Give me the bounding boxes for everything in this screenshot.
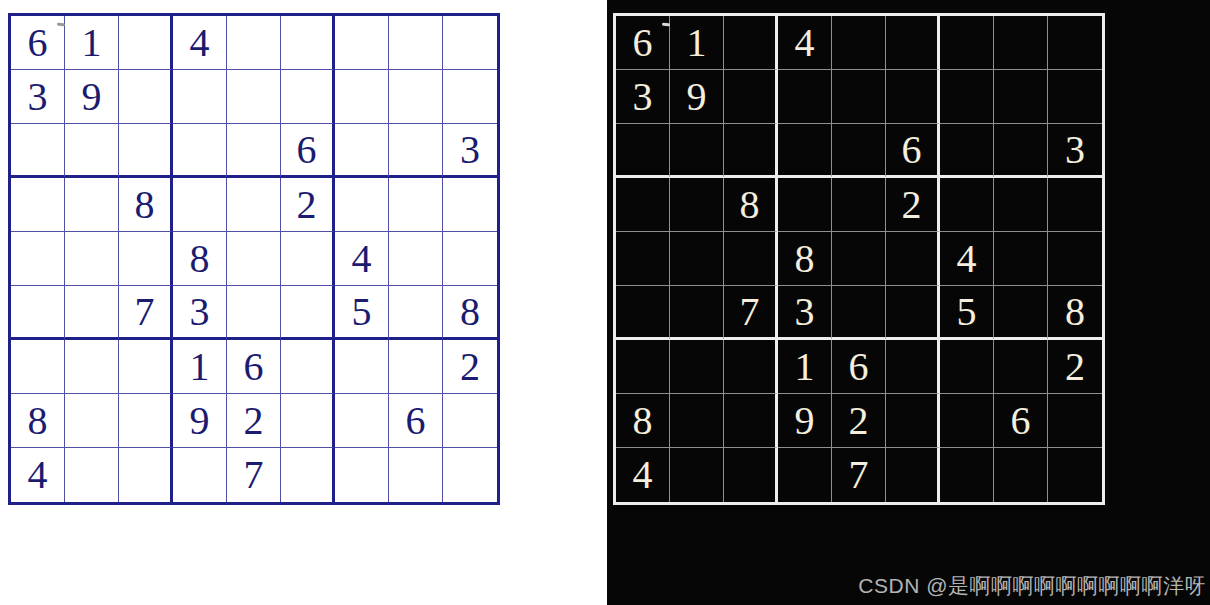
- cell-r8c3[interactable]: [119, 394, 173, 448]
- cell-r9c9[interactable]: [1048, 448, 1102, 502]
- cell-r3c6[interactable]: 6: [281, 124, 335, 178]
- cell-r5c8[interactable]: [994, 232, 1048, 286]
- cell-r4c5[interactable]: [832, 178, 886, 232]
- cell-r3c1[interactable]: [11, 124, 65, 178]
- cell-r9c3[interactable]: [724, 448, 778, 502]
- cell-r4c4[interactable]: [778, 178, 832, 232]
- cell-r6c6[interactable]: [886, 286, 940, 340]
- cell-r8c2[interactable]: [670, 394, 724, 448]
- cell-r6c4[interactable]: 3: [173, 286, 227, 340]
- cell-r7c8[interactable]: [994, 340, 1048, 394]
- cell-r7c6[interactable]: [281, 340, 335, 394]
- cell-r9c9[interactable]: [443, 448, 497, 502]
- sudoku-board-inverted: 614396382847358162892647: [613, 13, 1105, 505]
- cell-r7c1[interactable]: [616, 340, 670, 394]
- cell-r1c5[interactable]: [227, 16, 281, 70]
- cell-r2c3[interactable]: [724, 70, 778, 124]
- cell-r2c9[interactable]: [443, 70, 497, 124]
- cell-r6c2[interactable]: [670, 286, 724, 340]
- cell-r8c5[interactable]: 2: [227, 394, 281, 448]
- cell-r8c1[interactable]: 8: [11, 394, 65, 448]
- cell-r4c5[interactable]: [227, 178, 281, 232]
- cell-r7c6[interactable]: [886, 340, 940, 394]
- cell-r2c5[interactable]: [227, 70, 281, 124]
- cell-r8c7[interactable]: [940, 394, 994, 448]
- cell-r7c7[interactable]: [335, 340, 389, 394]
- cell-r5c2[interactable]: [65, 232, 119, 286]
- cell-r8c8[interactable]: 6: [389, 394, 443, 448]
- cell-r8c3[interactable]: [724, 394, 778, 448]
- cell-r3c9[interactable]: 3: [443, 124, 497, 178]
- cell-r5c2[interactable]: [670, 232, 724, 286]
- cell-r8c9[interactable]: [1048, 394, 1102, 448]
- cell-r4c1[interactable]: [11, 178, 65, 232]
- cell-r6c8[interactable]: [994, 286, 1048, 340]
- cell-r5c9[interactable]: [443, 232, 497, 286]
- cell-r8c8[interactable]: 6: [994, 394, 1048, 448]
- cell-r9c1[interactable]: 4: [11, 448, 65, 502]
- cell-r1c4[interactable]: 4: [173, 16, 227, 70]
- cell-r2c4[interactable]: [173, 70, 227, 124]
- cell-r3c1[interactable]: [616, 124, 670, 178]
- cell-r3c3[interactable]: [724, 124, 778, 178]
- cell-r5c1[interactable]: [616, 232, 670, 286]
- cell-r5c4[interactable]: 8: [173, 232, 227, 286]
- cell-r5c6[interactable]: [886, 232, 940, 286]
- inverted-image-panel: 614396382847358162892647 CSDN @是啊啊啊啊啊啊啊啊…: [607, 0, 1210, 605]
- cell-r9c6[interactable]: [281, 448, 335, 502]
- sudoku-board-original: 614396382847358162892647: [8, 13, 500, 505]
- cell-r3c7[interactable]: [335, 124, 389, 178]
- cell-r5c4[interactable]: 8: [778, 232, 832, 286]
- cell-r7c3[interactable]: [724, 340, 778, 394]
- cell-r3c8[interactable]: [389, 124, 443, 178]
- cell-r8c9[interactable]: [443, 394, 497, 448]
- cell-r6c9[interactable]: 8: [443, 286, 497, 340]
- cell-r7c2[interactable]: [65, 340, 119, 394]
- cell-r1c8[interactable]: [389, 16, 443, 70]
- cell-r4c9[interactable]: [443, 178, 497, 232]
- cell-r4c8[interactable]: [994, 178, 1048, 232]
- cell-r4c2[interactable]: [65, 178, 119, 232]
- cell-r2c1[interactable]: 3: [616, 70, 670, 124]
- cell-r5c6[interactable]: [281, 232, 335, 286]
- cell-r5c3[interactable]: [724, 232, 778, 286]
- cell-r4c6[interactable]: 2: [886, 178, 940, 232]
- cell-r4c7[interactable]: [940, 178, 994, 232]
- cell-r7c9[interactable]: 2: [1048, 340, 1102, 394]
- cell-r2c8[interactable]: [994, 70, 1048, 124]
- cell-r4c8[interactable]: [389, 178, 443, 232]
- screenshot-canvas: 614396382847358162892647 614396382847358…: [0, 0, 1210, 605]
- cell-r1c3[interactable]: [119, 16, 173, 70]
- cell-r6c3[interactable]: 7: [724, 286, 778, 340]
- cell-r7c4[interactable]: 1: [173, 340, 227, 394]
- cell-r6c7[interactable]: 5: [940, 286, 994, 340]
- cell-r5c3[interactable]: [119, 232, 173, 286]
- cell-r1c5[interactable]: [832, 16, 886, 70]
- cell-r6c6[interactable]: [281, 286, 335, 340]
- cell-r7c9[interactable]: 2: [443, 340, 497, 394]
- cell-r8c4[interactable]: 9: [778, 394, 832, 448]
- cell-r1c2[interactable]: 1: [670, 16, 724, 70]
- cell-r1c9[interactable]: [1048, 16, 1102, 70]
- cell-r1c7[interactable]: [335, 16, 389, 70]
- cell-r2c7[interactable]: [335, 70, 389, 124]
- cell-r6c5[interactable]: [227, 286, 281, 340]
- cell-r9c5[interactable]: 7: [832, 448, 886, 502]
- csdn-watermark: CSDN @是啊啊啊啊啊啊啊啊啊洋呀: [858, 572, 1206, 600]
- cell-r9c5[interactable]: 7: [227, 448, 281, 502]
- cell-r4c2[interactable]: [670, 178, 724, 232]
- cell-r5c1[interactable]: [11, 232, 65, 286]
- cell-r3c8[interactable]: [994, 124, 1048, 178]
- cell-r9c7[interactable]: [335, 448, 389, 502]
- cell-r3c5[interactable]: [832, 124, 886, 178]
- cell-r9c7[interactable]: [940, 448, 994, 502]
- cell-r8c6[interactable]: [281, 394, 335, 448]
- cell-r2c2[interactable]: 9: [65, 70, 119, 124]
- cell-r3c2[interactable]: [670, 124, 724, 178]
- cell-r2c5[interactable]: [832, 70, 886, 124]
- cell-r9c6[interactable]: [886, 448, 940, 502]
- cell-r9c3[interactable]: [119, 448, 173, 502]
- cell-r7c8[interactable]: [389, 340, 443, 394]
- cell-r5c8[interactable]: [389, 232, 443, 286]
- cell-r1c8[interactable]: [994, 16, 1048, 70]
- cell-r6c9[interactable]: 8: [1048, 286, 1102, 340]
- cell-r2c6[interactable]: [886, 70, 940, 124]
- cell-r7c2[interactable]: [670, 340, 724, 394]
- cell-r4c3[interactable]: 8: [119, 178, 173, 232]
- cell-r8c7[interactable]: [335, 394, 389, 448]
- cell-r3c5[interactable]: [227, 124, 281, 178]
- cell-r4c3[interactable]: 8: [724, 178, 778, 232]
- cell-r6c2[interactable]: [65, 286, 119, 340]
- cell-r6c3[interactable]: 7: [119, 286, 173, 340]
- cell-r5c5[interactable]: [832, 232, 886, 286]
- cell-r3c4[interactable]: [778, 124, 832, 178]
- cell-r1c2[interactable]: 1: [65, 16, 119, 70]
- cell-r3c4[interactable]: [173, 124, 227, 178]
- cell-r3c9[interactable]: 3: [1048, 124, 1102, 178]
- cell-r3c3[interactable]: [119, 124, 173, 178]
- cell-r4c1[interactable]: [616, 178, 670, 232]
- cell-r8c6[interactable]: [886, 394, 940, 448]
- cell-r8c5[interactable]: 2: [832, 394, 886, 448]
- cell-r6c8[interactable]: [389, 286, 443, 340]
- cell-r1c6[interactable]: [886, 16, 940, 70]
- cell-r2c4[interactable]: [778, 70, 832, 124]
- cell-r5c9[interactable]: [1048, 232, 1102, 286]
- cell-r1c6[interactable]: [281, 16, 335, 70]
- cell-r7c7[interactable]: [940, 340, 994, 394]
- cell-r7c3[interactable]: [119, 340, 173, 394]
- cell-r2c7[interactable]: [940, 70, 994, 124]
- cell-r9c8[interactable]: [994, 448, 1048, 502]
- cell-r1c9[interactable]: [443, 16, 497, 70]
- cell-r7c1[interactable]: [11, 340, 65, 394]
- cell-r3c2[interactable]: [65, 124, 119, 178]
- cell-r9c1[interactable]: 4: [616, 448, 670, 502]
- cell-r3c6[interactable]: 6: [886, 124, 940, 178]
- cell-r2c6[interactable]: [281, 70, 335, 124]
- cell-r8c4[interactable]: 9: [173, 394, 227, 448]
- cell-r2c1[interactable]: 3: [11, 70, 65, 124]
- cell-r5c7[interactable]: 4: [335, 232, 389, 286]
- cell-r3c7[interactable]: [940, 124, 994, 178]
- cell-r4c4[interactable]: [173, 178, 227, 232]
- cell-r4c7[interactable]: [335, 178, 389, 232]
- cell-r2c9[interactable]: [1048, 70, 1102, 124]
- cell-r5c7[interactable]: 4: [940, 232, 994, 286]
- cell-r8c1[interactable]: 8: [616, 394, 670, 448]
- cell-r2c3[interactable]: [119, 70, 173, 124]
- cell-r6c5[interactable]: [832, 286, 886, 340]
- cell-r1c4[interactable]: 4: [778, 16, 832, 70]
- cell-r5c5[interactable]: [227, 232, 281, 286]
- cell-r7c5[interactable]: 6: [832, 340, 886, 394]
- cell-r4c6[interactable]: 2: [281, 178, 335, 232]
- cell-r6c7[interactable]: 5: [335, 286, 389, 340]
- cell-r8c2[interactable]: [65, 394, 119, 448]
- cell-r1c3[interactable]: [724, 16, 778, 70]
- cell-r9c8[interactable]: [389, 448, 443, 502]
- cell-r2c8[interactable]: [389, 70, 443, 124]
- cell-r6c1[interactable]: [616, 286, 670, 340]
- cell-r9c4[interactable]: [173, 448, 227, 502]
- cell-r2c2[interactable]: 9: [670, 70, 724, 124]
- cell-r7c5[interactable]: 6: [227, 340, 281, 394]
- cell-r9c4[interactable]: [778, 448, 832, 502]
- cell-r4c9[interactable]: [1048, 178, 1102, 232]
- cell-r7c4[interactable]: 1: [778, 340, 832, 394]
- cell-r1c7[interactable]: [940, 16, 994, 70]
- cell-r6c1[interactable]: [11, 286, 65, 340]
- cell-r9c2[interactable]: [65, 448, 119, 502]
- cell-r6c4[interactable]: 3: [778, 286, 832, 340]
- cell-r9c2[interactable]: [670, 448, 724, 502]
